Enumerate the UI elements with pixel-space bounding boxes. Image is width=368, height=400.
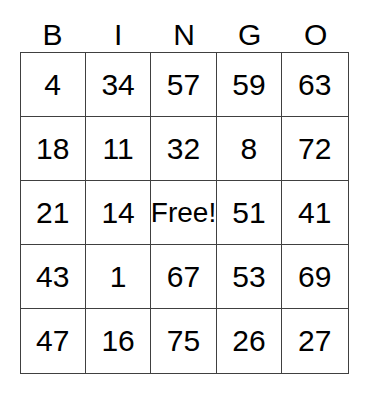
cell-r3c5: 41	[282, 181, 347, 245]
cell-r2c4: 8	[217, 117, 282, 181]
header-letter-i: I	[85, 20, 151, 50]
bingo-header: B I N G O	[20, 20, 349, 52]
cell-r5c5: 27	[282, 309, 347, 373]
header-letter-n: N	[151, 20, 217, 50]
cell-r4c3: 67	[151, 245, 216, 309]
cell-r2c1: 18	[21, 117, 86, 181]
cell-r5c1: 47	[21, 309, 86, 373]
cell-r5c4: 26	[217, 309, 282, 373]
cell-r1c1: 4	[21, 53, 86, 117]
cell-r1c4: 59	[217, 53, 282, 117]
cell-r4c1: 43	[21, 245, 86, 309]
cell-r5c3: 75	[151, 309, 216, 373]
cell-r3c4: 51	[217, 181, 282, 245]
header-letter-g: G	[217, 20, 283, 50]
cell-r5c2: 16	[86, 309, 151, 373]
bingo-card: B I N G O 4 34 57 59 63 18 11 32 8 72 21…	[20, 0, 349, 374]
cell-r4c4: 53	[217, 245, 282, 309]
cell-r4c5: 69	[282, 245, 347, 309]
free-cell: Free!	[151, 181, 216, 245]
cell-r2c2: 11	[86, 117, 151, 181]
header-letter-o: O	[283, 20, 349, 50]
cell-r1c2: 34	[86, 53, 151, 117]
cell-r2c3: 32	[151, 117, 216, 181]
cell-r3c2: 14	[86, 181, 151, 245]
cell-r3c1: 21	[21, 181, 86, 245]
header-letter-b: B	[20, 20, 86, 50]
cell-r1c3: 57	[151, 53, 216, 117]
cell-r1c5: 63	[282, 53, 347, 117]
cell-r2c5: 72	[282, 117, 347, 181]
bingo-grid: 4 34 57 59 63 18 11 32 8 72 21 14 Free! …	[20, 52, 349, 374]
cell-r4c2: 1	[86, 245, 151, 309]
